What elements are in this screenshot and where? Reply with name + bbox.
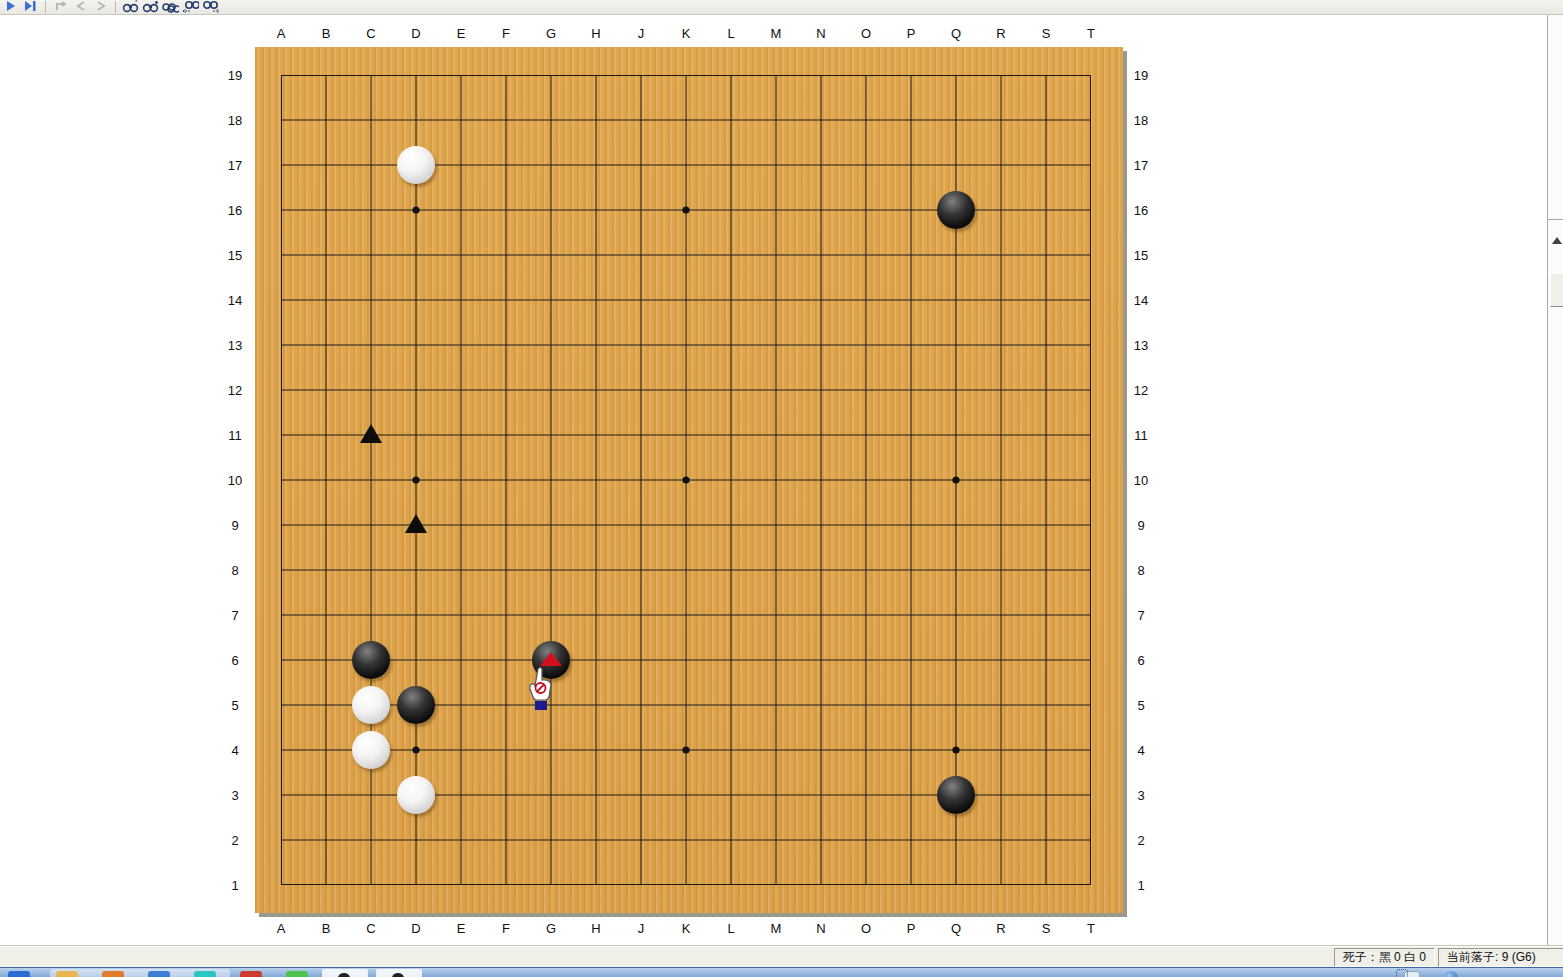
black-stone-Q3[interactable] — [937, 776, 975, 814]
coord-label: 11 — [1126, 413, 1156, 458]
coord-label: 14 — [1126, 278, 1156, 323]
coord-label: M — [754, 26, 799, 42]
svg-text:*: * — [135, 0, 138, 5]
black-stone-C6[interactable] — [352, 641, 390, 679]
white-stone-C5[interactable] — [349, 683, 394, 728]
search-mark-icon[interactable] — [142, 0, 159, 14]
coord-label: C — [349, 921, 394, 937]
search-prev-icon[interactable] — [182, 0, 199, 14]
skip-to-end-icon[interactable] — [22, 0, 39, 14]
coord-label: 8 — [220, 548, 250, 593]
coord-label: T — [1069, 921, 1114, 937]
taskbar-app-icon[interactable] — [56, 971, 78, 977]
coord-label: 6 — [1126, 638, 1156, 683]
coord-label: 11 — [220, 413, 250, 458]
black-stone-D5[interactable] — [394, 683, 439, 728]
tray-dots-icon — [1396, 969, 1408, 977]
coord-label: 9 — [1126, 503, 1156, 548]
triangle-mark-icon — [360, 424, 382, 443]
coord-label: 13 — [1126, 323, 1156, 368]
board-numbers-left: 19181716151413121110987654321 — [220, 53, 250, 908]
coord-label: B — [304, 921, 349, 937]
coord-label: A — [259, 921, 304, 937]
coord-label: C — [349, 26, 394, 42]
coord-label: 12 — [1126, 368, 1156, 413]
coord-label: 12 — [220, 368, 250, 413]
coord-label: 15 — [1126, 233, 1156, 278]
white-stone-D3[interactable] — [397, 776, 435, 814]
coord-label: G — [529, 26, 574, 42]
white-stone-D3[interactable] — [394, 773, 439, 818]
side-panel-edge — [1547, 15, 1563, 946]
board-letters-top: ABCDEFGHJKLMNOPQRST — [259, 26, 1114, 42]
coord-label: 8 — [1126, 548, 1156, 593]
undo-icon[interactable] — [52, 0, 69, 14]
white-stone-D17[interactable] — [394, 143, 439, 188]
last-move-triangle-icon — [540, 652, 562, 666]
coord-label: J — [619, 26, 664, 42]
coord-label: 15 — [220, 233, 250, 278]
coord-label: O — [844, 26, 889, 42]
taskbar-button[interactable] — [322, 969, 368, 977]
black-stone-C6[interactable] — [349, 638, 394, 683]
search-new-icon[interactable]: * — [122, 0, 139, 14]
board-letters-bottom: ABCDEFGHJKLMNOPQRST — [259, 921, 1114, 937]
triangle-mark-icon — [405, 514, 427, 533]
tray-browser-icon[interactable] — [1444, 971, 1458, 977]
coord-label: O — [844, 921, 889, 937]
coord-label: E — [439, 921, 484, 937]
taskbar-app-icon[interactable] — [102, 971, 124, 977]
status-bar: 死子：黑 0 白 0 当前落子: 9 (G6) — [0, 946, 1563, 968]
white-stone-C4[interactable] — [352, 731, 390, 769]
coord-label: 17 — [220, 143, 250, 188]
coord-label: L — [709, 26, 754, 42]
coord-label: A — [259, 26, 304, 42]
coord-label: 19 — [1126, 53, 1156, 98]
coord-label: 2 — [1126, 818, 1156, 863]
coord-label: P — [889, 921, 934, 937]
coord-label: D — [394, 26, 439, 42]
white-stone-C4[interactable] — [349, 728, 394, 773]
coord-label: D — [394, 921, 439, 937]
windows-taskbar[interactable] — [0, 967, 1563, 977]
toolbar-separator — [115, 1, 116, 13]
coord-label: Q — [934, 26, 979, 42]
coord-label: L — [709, 921, 754, 937]
taskbar-app-icon[interactable] — [8, 971, 30, 977]
coord-label: 4 — [220, 728, 250, 773]
taskbar-app-icon[interactable] — [194, 971, 216, 977]
white-stone-D17[interactable] — [397, 146, 435, 184]
coord-label: T — [1069, 26, 1114, 42]
triangle-mark-D9[interactable] — [394, 503, 439, 548]
coord-label: 18 — [220, 98, 250, 143]
coord-label: 1 — [1126, 863, 1156, 908]
play-icon[interactable] — [2, 0, 19, 14]
coord-label: 17 — [1126, 143, 1156, 188]
coord-label: 10 — [220, 458, 250, 503]
coord-label: 10 — [1126, 458, 1156, 503]
coord-label: 2 — [220, 818, 250, 863]
white-stone-C5[interactable] — [352, 686, 390, 724]
toolbar: * — [0, 0, 1563, 15]
panel-divider — [1548, 219, 1563, 220]
captures-status: 死子：黑 0 白 0 — [1334, 948, 1435, 967]
coord-label: 18 — [1126, 98, 1156, 143]
stone-layer[interactable] — [259, 53, 1114, 908]
scroll-up-icon[interactable] — [1552, 237, 1562, 244]
coord-label: Q — [934, 921, 979, 937]
coord-label: 16 — [1126, 188, 1156, 233]
search-double-icon[interactable] — [162, 0, 179, 14]
triangle-mark-C11[interactable] — [349, 413, 394, 458]
taskbar-app-icon[interactable] — [148, 971, 170, 977]
coord-label: K — [664, 921, 709, 937]
coord-label: 4 — [1126, 728, 1156, 773]
coord-label: 5 — [1126, 683, 1156, 728]
coord-label: F — [484, 26, 529, 42]
coord-label: 7 — [220, 593, 250, 638]
coord-label: N — [799, 26, 844, 42]
coord-label: E — [439, 26, 484, 42]
board-numbers-right: 19181716151413121110987654321 — [1126, 53, 1156, 908]
black-stone-D5[interactable] — [397, 686, 435, 724]
taskbar-button[interactable] — [376, 969, 422, 977]
toolbar-separator — [45, 1, 46, 13]
coord-label: 6 — [220, 638, 250, 683]
hand-forbidden-cursor — [527, 666, 555, 712]
coord-label: N — [799, 921, 844, 937]
coord-label: 9 — [220, 503, 250, 548]
black-stone-Q16[interactable] — [934, 188, 979, 233]
coord-label: H — [574, 26, 619, 42]
current-move-status: 当前落子: 9 (G6) — [1438, 948, 1563, 967]
coord-label: M — [754, 921, 799, 937]
black-stone-Q16[interactable] — [937, 191, 975, 229]
back-branch-icon[interactable] — [72, 0, 89, 14]
coord-label: 5 — [220, 683, 250, 728]
coord-label: J — [619, 921, 664, 937]
coord-label: F — [484, 921, 529, 937]
scrollbar-thumb[interactable] — [1550, 273, 1563, 307]
coord-label: S — [1024, 921, 1069, 937]
forward-branch-icon[interactable] — [92, 0, 109, 14]
coord-label: S — [1024, 26, 1069, 42]
coord-label: 16 — [220, 188, 250, 233]
coord-label: P — [889, 26, 934, 42]
taskbar-app-icon[interactable] — [240, 971, 262, 977]
coord-label: G — [529, 921, 574, 937]
coord-label: 7 — [1126, 593, 1156, 638]
coord-label: 19 — [220, 53, 250, 98]
coord-label: R — [979, 921, 1024, 937]
coord-label: B — [304, 26, 349, 42]
black-stone-Q3[interactable] — [934, 773, 979, 818]
coord-label: 13 — [220, 323, 250, 368]
coord-label: 14 — [220, 278, 250, 323]
coord-label: 3 — [220, 773, 250, 818]
taskbar-app-icon[interactable] — [286, 971, 308, 977]
coord-label: K — [664, 26, 709, 42]
coord-label: 1 — [220, 863, 250, 908]
coord-label: H — [574, 921, 619, 937]
coord-label: R — [979, 26, 1024, 42]
search-next-icon[interactable] — [202, 0, 219, 14]
coord-label: 3 — [1126, 773, 1156, 818]
